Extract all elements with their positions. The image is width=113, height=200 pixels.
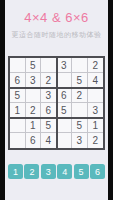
cell-r5c4[interactable] [57, 118, 73, 133]
letterbox-right [108, 0, 113, 200]
box-separator-vertical [56, 58, 58, 148]
cell-r1c6[interactable]: 2 [88, 58, 104, 73]
numpad-key-1[interactable]: 1 [8, 164, 23, 179]
cell-r1c2[interactable]: 5 [26, 58, 42, 73]
cell-r5c2[interactable]: 1 [26, 118, 42, 133]
cell-r6c2[interactable]: 6 [26, 133, 42, 148]
numpad-key-4[interactable]: 4 [57, 164, 72, 179]
numpad-key-5[interactable]: 5 [74, 164, 89, 179]
cell-r3c4[interactable]: 6 [57, 88, 73, 103]
cell-r1c3[interactable] [41, 58, 57, 73]
cell-r2c4[interactable] [57, 73, 73, 88]
numpad-key-6[interactable]: 6 [90, 164, 105, 179]
cell-r6c3[interactable]: 4 [41, 133, 57, 148]
cell-r5c1[interactable] [10, 118, 26, 133]
cell-r3c3[interactable]: 3 [41, 88, 57, 103]
cell-r1c5[interactable] [72, 58, 88, 73]
cell-r4c2[interactable]: 2 [26, 103, 42, 118]
cell-r2c6[interactable]: 4 [88, 73, 104, 88]
cell-r2c5[interactable]: 5 [72, 73, 88, 88]
cell-r5c6[interactable]: 1 [88, 118, 104, 133]
numpad-key-3[interactable]: 3 [41, 164, 56, 179]
cell-r4c4[interactable]: 5 [57, 103, 73, 118]
cell-r4c6[interactable]: 3 [88, 103, 104, 118]
cell-r2c3[interactable]: 2 [41, 73, 57, 88]
promo-subtitle: 更适合随时随地的移动体验 [12, 30, 102, 39]
viewport: 4×4 & 6×6 更适合随时随地的移动体验 53263254536212653… [0, 0, 113, 200]
numpad-key-2[interactable]: 2 [24, 164, 39, 179]
cell-r6c6[interactable]: 2 [88, 133, 104, 148]
cell-r6c4[interactable] [57, 133, 73, 148]
cell-r1c4[interactable]: 3 [57, 58, 73, 73]
cell-r2c1[interactable]: 6 [10, 73, 26, 88]
cell-r5c5[interactable]: 5 [72, 118, 88, 133]
cell-r3c2[interactable] [26, 88, 42, 103]
cell-r6c1[interactable] [10, 133, 26, 148]
cell-r4c3[interactable]: 6 [41, 103, 57, 118]
box-separator-horizontal-1 [10, 87, 103, 89]
cell-r1c1[interactable] [10, 58, 26, 73]
sudoku-board: 5326325453621265315516432 [8, 56, 105, 150]
promo-title: 4×4 & 6×6 [24, 10, 89, 26]
cell-r3c1[interactable]: 5 [10, 88, 26, 103]
cell-r5c3[interactable]: 5 [41, 118, 57, 133]
cell-r6c5[interactable]: 3 [72, 133, 88, 148]
cell-r3c6[interactable] [88, 88, 104, 103]
box-separator-horizontal-2 [10, 117, 103, 119]
cell-r2c2[interactable]: 3 [26, 73, 42, 88]
promo-screen: 4×4 & 6×6 更适合随时随地的移动体验 53263254536212653… [5, 0, 108, 200]
cell-r3c5[interactable]: 2 [72, 88, 88, 103]
cell-r4c1[interactable]: 1 [10, 103, 26, 118]
cell-r4c5[interactable] [72, 103, 88, 118]
numpad: 123456 [8, 164, 105, 179]
